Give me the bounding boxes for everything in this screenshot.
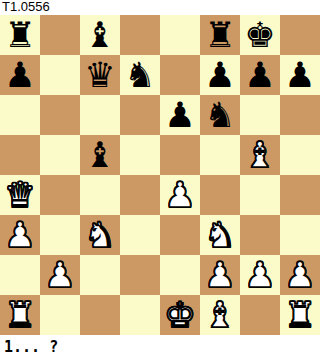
- square-f4[interactable]: [200, 175, 240, 215]
- square-f7[interactable]: ♟: [200, 55, 240, 95]
- square-f3[interactable]: ♞: [200, 215, 240, 255]
- square-d2[interactable]: [120, 255, 160, 295]
- piece-black-pawn: ♟: [204, 55, 235, 95]
- square-a6[interactable]: [0, 95, 40, 135]
- piece-black-rook: ♜: [204, 15, 235, 55]
- chess-board: ♜♝♜♚♟♛♞♟♟♟♟♞♝♝♛♟♟♞♞♟♟♟♟♜♚♝♜: [0, 15, 320, 335]
- square-f5[interactable]: [200, 135, 240, 175]
- square-f8[interactable]: ♜: [200, 15, 240, 55]
- square-c6[interactable]: [80, 95, 120, 135]
- square-e2[interactable]: [160, 255, 200, 295]
- square-a7[interactable]: ♟: [0, 55, 40, 95]
- square-d3[interactable]: [120, 215, 160, 255]
- piece-black-pawn: ♟: [164, 95, 195, 135]
- piece-black-king: ♚: [244, 15, 275, 55]
- square-g3[interactable]: [240, 215, 280, 255]
- puzzle-id-label: T1.0556: [0, 0, 320, 15]
- square-f1[interactable]: ♝: [200, 295, 240, 335]
- square-a3[interactable]: ♟: [0, 215, 40, 255]
- piece-white-queen: ♛: [4, 175, 35, 215]
- piece-white-pawn: ♟: [164, 175, 195, 215]
- piece-black-knight: ♞: [124, 55, 155, 95]
- piece-white-pawn: ♟: [204, 255, 235, 295]
- square-e1[interactable]: ♚: [160, 295, 200, 335]
- square-c5[interactable]: ♝: [80, 135, 120, 175]
- piece-black-pawn: ♟: [244, 55, 275, 95]
- square-b3[interactable]: [40, 215, 80, 255]
- square-h5[interactable]: [280, 135, 320, 175]
- square-d4[interactable]: [120, 175, 160, 215]
- square-g5[interactable]: ♝: [240, 135, 280, 175]
- square-b6[interactable]: [40, 95, 80, 135]
- square-g8[interactable]: ♚: [240, 15, 280, 55]
- square-g2[interactable]: ♟: [240, 255, 280, 295]
- square-a2[interactable]: [0, 255, 40, 295]
- square-f2[interactable]: ♟: [200, 255, 240, 295]
- square-a1[interactable]: ♜: [0, 295, 40, 335]
- square-d5[interactable]: [120, 135, 160, 175]
- square-c3[interactable]: ♞: [80, 215, 120, 255]
- piece-white-pawn: ♟: [4, 215, 35, 255]
- square-b7[interactable]: [40, 55, 80, 95]
- piece-black-pawn: ♟: [284, 55, 315, 95]
- move-prompt-label: 1... ?: [0, 335, 320, 360]
- piece-black-bishop: ♝: [84, 135, 115, 175]
- piece-white-knight: ♞: [84, 215, 115, 255]
- piece-black-pawn: ♟: [4, 55, 35, 95]
- square-d8[interactable]: [120, 15, 160, 55]
- square-g1[interactable]: [240, 295, 280, 335]
- square-g7[interactable]: ♟: [240, 55, 280, 95]
- square-h4[interactable]: [280, 175, 320, 215]
- piece-black-rook: ♜: [4, 15, 35, 55]
- square-e8[interactable]: [160, 15, 200, 55]
- square-b1[interactable]: [40, 295, 80, 335]
- square-f6[interactable]: ♞: [200, 95, 240, 135]
- square-e3[interactable]: [160, 215, 200, 255]
- square-h6[interactable]: [280, 95, 320, 135]
- square-b2[interactable]: ♟: [40, 255, 80, 295]
- square-c8[interactable]: ♝: [80, 15, 120, 55]
- piece-white-pawn: ♟: [244, 255, 275, 295]
- square-h3[interactable]: [280, 215, 320, 255]
- square-g4[interactable]: [240, 175, 280, 215]
- square-b5[interactable]: [40, 135, 80, 175]
- square-c4[interactable]: [80, 175, 120, 215]
- square-e4[interactable]: ♟: [160, 175, 200, 215]
- square-h2[interactable]: ♟: [280, 255, 320, 295]
- square-b8[interactable]: [40, 15, 80, 55]
- piece-white-pawn: ♟: [284, 255, 315, 295]
- piece-black-knight: ♞: [204, 95, 235, 135]
- piece-white-bishop: ♝: [244, 135, 275, 175]
- square-d7[interactable]: ♞: [120, 55, 160, 95]
- piece-white-pawn: ♟: [44, 255, 75, 295]
- square-e6[interactable]: ♟: [160, 95, 200, 135]
- piece-white-rook: ♜: [284, 295, 315, 335]
- square-d6[interactable]: [120, 95, 160, 135]
- piece-white-bishop: ♝: [204, 295, 235, 335]
- square-d1[interactable]: [120, 295, 160, 335]
- piece-white-knight: ♞: [204, 215, 235, 255]
- piece-black-queen: ♛: [84, 55, 115, 95]
- piece-white-king: ♚: [164, 295, 195, 335]
- square-h1[interactable]: ♜: [280, 295, 320, 335]
- square-a8[interactable]: ♜: [0, 15, 40, 55]
- square-g6[interactable]: [240, 95, 280, 135]
- chess-puzzle-frame: T1.0556 ♜♝♜♚♟♛♞♟♟♟♟♞♝♝♛♟♟♞♞♟♟♟♟♜♚♝♜ 1...…: [0, 0, 320, 360]
- square-a4[interactable]: ♛: [0, 175, 40, 215]
- square-h8[interactable]: [280, 15, 320, 55]
- square-c7[interactable]: ♛: [80, 55, 120, 95]
- piece-black-bishop: ♝: [84, 15, 115, 55]
- square-c1[interactable]: [80, 295, 120, 335]
- square-c2[interactable]: [80, 255, 120, 295]
- piece-white-rook: ♜: [4, 295, 35, 335]
- square-e5[interactable]: [160, 135, 200, 175]
- square-b4[interactable]: [40, 175, 80, 215]
- square-e7[interactable]: [160, 55, 200, 95]
- square-h7[interactable]: ♟: [280, 55, 320, 95]
- square-a5[interactable]: [0, 135, 40, 175]
